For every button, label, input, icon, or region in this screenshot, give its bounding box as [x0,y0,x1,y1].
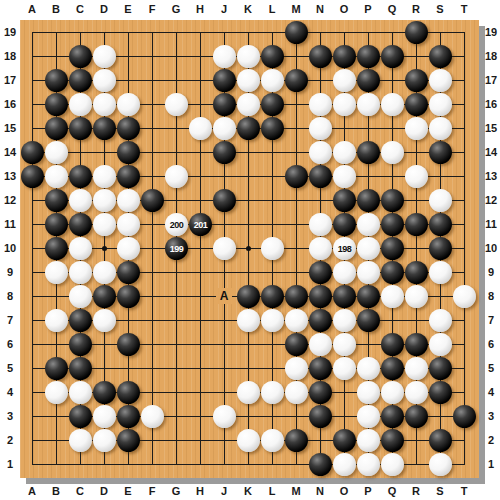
column-label-top-E: E [118,2,138,16]
stone-white-O6 [333,333,356,356]
stone-black-Q18 [381,45,404,68]
stone-black-Q11 [381,213,404,236]
stone-black-C3 [69,405,92,428]
stone-black-O2 [333,429,356,452]
stone-black-B5 [45,357,68,380]
stone-black-Q12 [381,189,404,212]
column-label-bottom-O: O [334,484,354,498]
stone-black-R6 [405,333,428,356]
stone-white-N11 [309,213,332,236]
stone-white-R15 [405,117,428,140]
stone-black-S5 [429,357,452,380]
stone-black-B10 [45,237,68,260]
stone-black-L8 [261,285,284,308]
stone-white-N15 [309,117,332,140]
stone-white-P3 [357,405,380,428]
row-label-left-4: 4 [0,385,20,399]
stone-black-E14 [117,141,140,164]
row-label-left-15: 15 [0,121,20,135]
stone-white-S6 [429,333,452,356]
row-label-left-2: 2 [0,433,20,447]
stone-white-B14 [45,141,68,164]
stone-white-Q8 [381,285,404,308]
stone-black-E4 [117,381,140,404]
stone-white-J3 [213,405,236,428]
move-number-stone-198: 198 [333,237,356,260]
column-label-top-K: K [238,2,258,16]
stone-black-D4 [93,381,116,404]
stone-white-L4 [261,381,284,404]
row-label-right-17: 17 [481,73,500,87]
stone-white-C8 [69,285,92,308]
stone-white-L2 [261,429,284,452]
column-label-top-R: R [406,2,426,16]
stone-black-O8 [333,285,356,308]
row-label-right-7: 7 [481,313,500,327]
stone-white-D16 [93,93,116,116]
column-label-bottom-M: M [286,484,306,498]
stone-black-R11 [405,213,428,236]
stone-black-L15 [261,117,284,140]
stone-black-P14 [357,141,380,164]
stone-white-Q4 [381,381,404,404]
stone-white-O16 [333,93,356,116]
stone-white-Q1 [381,453,404,476]
stone-black-E8 [117,285,140,308]
column-label-top-Q: Q [382,2,402,16]
row-label-left-11: 11 [0,217,20,231]
stone-white-P4 [357,381,380,404]
star-point [246,246,251,251]
move-number-stone-201: 201 [189,213,212,236]
stone-white-E16 [117,93,140,116]
column-label-bottom-J: J [214,484,234,498]
stone-black-C6 [69,333,92,356]
stone-white-D12 [93,189,116,212]
stone-black-P12 [357,189,380,212]
stone-white-R13 [405,165,428,188]
stone-black-C17 [69,69,92,92]
stone-white-D11 [93,213,116,236]
stone-black-E6 [117,333,140,356]
column-label-top-D: D [94,2,114,16]
row-label-left-3: 3 [0,409,20,423]
stone-white-B9 [45,261,68,284]
row-label-left-1: 1 [0,457,20,471]
column-label-bottom-H: H [190,484,210,498]
column-label-top-A: A [22,2,42,16]
stone-white-S7 [429,309,452,332]
stone-white-N16 [309,93,332,116]
stone-white-D3 [93,405,116,428]
stone-black-R17 [405,69,428,92]
column-label-top-S: S [430,2,450,16]
stone-white-K16 [237,93,260,116]
column-label-bottom-T: T [454,484,474,498]
column-label-bottom-D: D [94,484,114,498]
stone-black-P7 [357,309,380,332]
stone-black-S18 [429,45,452,68]
stone-black-D15 [93,117,116,140]
stone-white-D13 [93,165,116,188]
stone-black-M17 [285,69,308,92]
row-label-right-8: 8 [481,289,500,303]
stone-black-N4 [309,381,332,404]
column-label-bottom-A: A [22,484,42,498]
column-label-top-F: F [142,2,162,16]
stone-white-M7 [285,309,308,332]
stone-white-S12 [429,189,452,212]
row-label-right-15: 15 [481,121,500,135]
stone-white-S1 [429,453,452,476]
row-label-left-9: 9 [0,265,20,279]
row-label-left-7: 7 [0,313,20,327]
stone-black-B17 [45,69,68,92]
stone-black-N9 [309,261,332,284]
column-label-bottom-N: N [310,484,330,498]
go-board[interactable]: 200201199198A [20,20,479,478]
stone-black-N3 [309,405,332,428]
stone-black-N5 [309,357,332,380]
stone-white-O7 [333,309,356,332]
star-point [102,246,107,251]
column-label-bottom-K: K [238,484,258,498]
stone-black-E9 [117,261,140,284]
stone-black-Q2 [381,429,404,452]
stone-white-S16 [429,93,452,116]
stone-white-N10 [309,237,332,260]
stone-white-B13 [45,165,68,188]
stone-black-C15 [69,117,92,140]
stone-black-P17 [357,69,380,92]
stone-black-F12 [141,189,164,212]
stone-white-L10 [261,237,284,260]
stone-white-T8 [453,285,476,308]
stone-white-D7 [93,309,116,332]
row-label-right-4: 4 [481,385,500,399]
row-label-right-14: 14 [481,145,500,159]
stone-white-O17 [333,69,356,92]
stone-black-Q5 [381,357,404,380]
stone-black-N7 [309,309,332,332]
stone-white-R5 [405,357,428,380]
column-label-top-N: N [310,2,330,16]
row-label-right-11: 11 [481,217,500,231]
stone-black-P18 [357,45,380,68]
stone-black-M19 [285,21,308,44]
row-label-left-13: 13 [0,169,20,183]
stone-black-A13 [21,165,44,188]
stone-white-C9 [69,261,92,284]
row-label-right-9: 9 [481,265,500,279]
stone-black-J16 [213,93,236,116]
stone-black-M6 [285,333,308,356]
go-diagram: { "game": "go", "board_size": 19, "coord… [0,0,500,500]
stone-black-O18 [333,45,356,68]
stone-white-H15 [189,117,212,140]
stone-white-O9 [333,261,356,284]
stone-black-R16 [405,93,428,116]
stone-black-S4 [429,381,452,404]
stone-black-R9 [405,261,428,284]
stone-black-L16 [261,93,284,116]
column-label-top-B: B [46,2,66,16]
stone-black-Q9 [381,261,404,284]
row-label-left-12: 12 [0,193,20,207]
row-label-right-12: 12 [481,193,500,207]
stone-black-C7 [69,309,92,332]
row-label-right-10: 10 [481,241,500,255]
stone-black-P8 [357,285,380,308]
column-label-bottom-F: F [142,484,162,498]
stone-white-C16 [69,93,92,116]
stone-black-L18 [261,45,284,68]
stone-white-L7 [261,309,284,332]
stone-black-E2 [117,429,140,452]
stone-black-N13 [309,165,332,188]
stone-black-S10 [429,237,452,260]
stone-black-T3 [453,405,476,428]
row-label-right-19: 19 [481,25,500,39]
row-label-left-10: 10 [0,241,20,255]
stone-black-E15 [117,117,140,140]
stone-white-R8 [405,285,428,308]
stone-black-M13 [285,165,308,188]
column-label-bottom-Q: Q [382,484,402,498]
move-number-stone-200: 200 [165,213,188,236]
column-label-top-G: G [166,2,186,16]
column-label-bottom-L: L [262,484,282,498]
stone-white-Q14 [381,141,404,164]
row-label-right-13: 13 [481,169,500,183]
stone-black-C11 [69,213,92,236]
stone-black-S11 [429,213,452,236]
stone-white-S17 [429,69,452,92]
stone-white-B7 [45,309,68,332]
stone-white-G13 [165,165,188,188]
stone-black-E3 [117,405,140,428]
stone-black-A14 [21,141,44,164]
stone-white-K18 [237,45,260,68]
stone-white-D9 [93,261,116,284]
row-label-left-17: 17 [0,73,20,87]
stone-white-D18 [93,45,116,68]
stone-white-P16 [357,93,380,116]
row-label-right-2: 2 [481,433,500,447]
column-label-top-T: T [454,2,474,16]
stone-black-C5 [69,357,92,380]
stone-white-E10 [117,237,140,260]
stone-white-R4 [405,381,428,404]
stone-black-N1 [309,453,332,476]
column-label-bottom-E: E [118,484,138,498]
stone-white-S9 [429,261,452,284]
stone-white-K17 [237,69,260,92]
stone-white-O13 [333,165,356,188]
stone-black-J14 [213,141,236,164]
row-label-right-3: 3 [481,409,500,423]
row-label-left-14: 14 [0,145,20,159]
stone-white-N14 [309,141,332,164]
stone-white-K2 [237,429,260,452]
stone-black-B16 [45,93,68,116]
stone-white-D17 [93,69,116,92]
stone-black-E13 [117,165,140,188]
stone-white-G16 [165,93,188,116]
stone-white-P9 [357,261,380,284]
stone-black-O11 [333,213,356,236]
stone-black-N18 [309,45,332,68]
stone-white-M4 [285,381,308,404]
column-label-bottom-C: C [70,484,90,498]
row-label-left-5: 5 [0,361,20,375]
column-label-bottom-B: B [46,484,66,498]
stone-white-F3 [141,405,164,428]
row-label-right-1: 1 [481,457,500,471]
stone-white-P5 [357,357,380,380]
row-label-right-5: 5 [481,361,500,375]
row-label-left-6: 6 [0,337,20,351]
stone-white-D2 [93,429,116,452]
stone-white-N6 [309,333,332,356]
stone-white-K4 [237,381,260,404]
column-label-top-C: C [70,2,90,16]
stone-white-B4 [45,381,68,404]
stone-black-C13 [69,165,92,188]
column-label-top-P: P [358,2,378,16]
stone-white-E12 [117,189,140,212]
stone-white-C4 [69,381,92,404]
stone-black-S14 [429,141,452,164]
stone-black-C18 [69,45,92,68]
stone-black-N8 [309,285,332,308]
row-label-left-8: 8 [0,289,20,303]
stone-white-K7 [237,309,260,332]
stone-black-R19 [405,21,428,44]
stone-white-J10 [213,237,236,260]
stone-black-D8 [93,285,116,308]
column-label-top-J: J [214,2,234,16]
stone-black-K8 [237,285,260,308]
column-label-top-L: L [262,2,282,16]
stone-black-Q3 [381,405,404,428]
stone-white-O1 [333,453,356,476]
stone-white-L17 [261,69,284,92]
stone-black-M2 [285,429,308,452]
row-label-left-16: 16 [0,97,20,111]
row-label-right-6: 6 [481,337,500,351]
stone-white-O5 [333,357,356,380]
stone-white-P10 [357,237,380,260]
column-label-bottom-G: G [166,484,186,498]
stone-white-J18 [213,45,236,68]
stone-black-K15 [237,117,260,140]
stone-black-Q10 [381,237,404,260]
stone-white-E11 [117,213,140,236]
stone-white-C10 [69,237,92,260]
column-label-bottom-P: P [358,484,378,498]
stone-white-Q16 [381,93,404,116]
row-label-right-16: 16 [481,97,500,111]
row-label-right-18: 18 [481,49,500,63]
stone-white-O14 [333,141,356,164]
stone-black-B12 [45,189,68,212]
stone-black-B11 [45,213,68,236]
stone-white-M5 [285,357,308,380]
stone-white-P2 [357,429,380,452]
column-label-bottom-S: S [430,484,450,498]
stone-black-O12 [333,189,356,212]
row-label-left-18: 18 [0,49,20,63]
stone-white-P11 [357,213,380,236]
stone-black-Q6 [381,333,404,356]
stone-black-R3 [405,405,428,428]
stone-black-B15 [45,117,68,140]
move-number-stone-199: 199 [165,237,188,260]
column-label-top-O: O [334,2,354,16]
stone-white-J15 [213,117,236,140]
stone-white-C12 [69,189,92,212]
stone-black-J17 [213,69,236,92]
stone-black-S2 [429,429,452,452]
column-label-top-H: H [190,2,210,16]
row-label-left-19: 19 [0,25,20,39]
stone-black-J12 [213,189,236,212]
column-label-top-M: M [286,2,306,16]
stone-white-P1 [357,453,380,476]
column-label-bottom-R: R [406,484,426,498]
stone-white-C2 [69,429,92,452]
annotation-a: A [216,288,232,304]
stone-white-S15 [429,117,452,140]
stone-black-M8 [285,285,308,308]
